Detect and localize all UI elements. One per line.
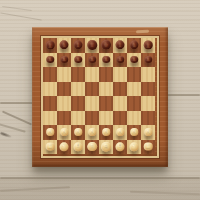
square-d3[interactable] [85,111,99,126]
square-e6[interactable] [99,67,113,82]
square-c4[interactable] [71,96,85,111]
square-a4[interactable] [43,96,57,111]
piece-black-rook[interactable]: ♜ [46,41,55,50]
piece-black-bishop[interactable]: ♝ [74,41,83,50]
square-d8[interactable]: ♛ [85,38,99,53]
piece-black-queen[interactable]: ♛ [87,40,97,49]
piece-white-knight[interactable]: ♘ [130,142,139,151]
board-inlay-border: ♜♞♝♛♚♝♞♜♟♟♟♟♟♟♟♟♙♙♙♙♙♙♙♙♖♘♗♕♔♗♘♖ [41,36,159,158]
square-h8[interactable]: ♜ [141,38,155,53]
square-h4[interactable] [141,96,155,111]
square-g3[interactable] [127,111,141,126]
piece-white-queen[interactable]: ♕ [87,142,97,152]
square-f3[interactable] [113,111,127,126]
piece-black-knight[interactable]: ♞ [130,41,139,50]
piece-white-rook[interactable]: ♖ [144,142,153,151]
board-grid: ♜♞♝♛♚♝♞♜♟♟♟♟♟♟♟♟♙♙♙♙♙♙♙♙♖♘♗♕♔♗♘♖ [43,38,155,154]
square-g8[interactable]: ♞ [127,38,141,53]
piece-white-pawn[interactable]: ♙ [130,128,138,136]
square-f2[interactable]: ♙ [113,125,127,140]
square-d6[interactable] [85,67,99,82]
square-f4[interactable] [113,96,127,111]
square-c6[interactable] [71,67,85,82]
plank-seam [0,177,200,179]
square-c1[interactable]: ♗ [71,140,85,155]
square-d5[interactable] [85,82,99,97]
piece-black-pawn[interactable]: ♟ [102,56,110,64]
square-e2[interactable]: ♙ [99,125,113,140]
piece-black-pawn[interactable]: ♟ [130,56,138,64]
square-g7[interactable]: ♟ [127,53,141,68]
square-f8[interactable]: ♝ [113,38,127,53]
piece-black-bishop[interactable]: ♝ [116,41,125,50]
chess-board: ♜♞♝♛♚♝♞♜♟♟♟♟♟♟♟♟♙♙♙♙♙♙♙♙♖♘♗♕♔♗♘♖ [32,27,168,167]
square-a6[interactable] [43,67,57,82]
square-g1[interactable]: ♘ [127,140,141,155]
piece-white-pawn[interactable]: ♙ [60,128,68,136]
piece-black-pawn[interactable]: ♟ [144,56,152,64]
square-e4[interactable] [99,96,113,111]
piece-white-rook[interactable]: ♖ [46,142,55,151]
square-h7[interactable]: ♟ [141,53,155,68]
square-g4[interactable] [127,96,141,111]
piece-white-pawn[interactable]: ♙ [102,128,110,136]
piece-black-pawn[interactable]: ♟ [74,56,82,64]
square-a5[interactable] [43,82,57,97]
square-b3[interactable] [57,111,71,126]
piece-white-pawn[interactable]: ♙ [116,128,124,136]
square-e8[interactable]: ♚ [99,38,113,53]
piece-white-knight[interactable]: ♘ [60,142,69,151]
square-e5[interactable] [99,82,113,97]
piece-white-pawn[interactable]: ♙ [88,128,96,136]
square-b8[interactable]: ♞ [57,38,71,53]
square-h3[interactable] [141,111,155,126]
square-b4[interactable] [57,96,71,111]
square-f6[interactable] [113,67,127,82]
piece-black-knight[interactable]: ♞ [60,41,69,50]
square-c5[interactable] [71,82,85,97]
square-d1[interactable]: ♕ [85,140,99,155]
square-g5[interactable] [127,82,141,97]
piece-white-bishop[interactable]: ♗ [116,142,125,151]
wood-knot-streak [2,111,32,126]
square-b1[interactable]: ♘ [57,140,71,155]
square-d4[interactable] [85,96,99,111]
square-d7[interactable]: ♟ [85,53,99,68]
square-a7[interactable]: ♟ [43,53,57,68]
square-e1[interactable]: ♔ [99,140,113,155]
square-c2[interactable]: ♙ [71,125,85,140]
square-e3[interactable] [99,111,113,126]
square-b2[interactable]: ♙ [57,125,71,140]
square-h6[interactable] [141,67,155,82]
piece-black-pawn[interactable]: ♟ [116,56,124,64]
piece-white-pawn[interactable]: ♙ [74,128,82,136]
piece-black-pawn[interactable]: ♟ [60,56,68,64]
piece-white-king[interactable]: ♔ [101,142,111,152]
piece-white-pawn[interactable]: ♙ [144,128,152,136]
square-h2[interactable]: ♙ [141,125,155,140]
square-e7[interactable]: ♟ [99,53,113,68]
square-f5[interactable] [113,82,127,97]
square-g6[interactable] [127,67,141,82]
square-c7[interactable]: ♟ [71,53,85,68]
square-b7[interactable]: ♟ [57,53,71,68]
square-b5[interactable] [57,82,71,97]
square-h5[interactable] [141,82,155,97]
square-a1[interactable]: ♖ [43,140,57,155]
piece-black-pawn[interactable]: ♟ [88,56,96,64]
square-b6[interactable] [57,67,71,82]
square-h1[interactable]: ♖ [141,140,155,155]
photo-scene: ♜♞♝♛♚♝♞♜♟♟♟♟♟♟♟♟♙♙♙♙♙♙♙♙♖♘♗♕♔♗♘♖ [0,0,200,200]
square-a2[interactable]: ♙ [43,125,57,140]
plank-seam [167,94,200,96]
frame-knot-mark [136,30,149,34]
piece-white-bishop[interactable]: ♗ [74,142,83,151]
wood-grain-line [2,6,32,11]
square-c3[interactable] [71,111,85,126]
square-f1[interactable]: ♗ [113,140,127,155]
piece-black-king[interactable]: ♚ [101,40,111,50]
piece-white-pawn[interactable]: ♙ [46,128,54,136]
square-a3[interactable] [43,111,57,126]
piece-black-rook[interactable]: ♜ [144,41,153,50]
piece-black-pawn[interactable]: ♟ [46,56,54,64]
square-a8[interactable]: ♜ [43,38,57,53]
wood-knot [0,131,12,139]
plank-seam [0,102,34,104]
square-c8[interactable]: ♝ [71,38,85,53]
wood-grain-line [0,12,42,20]
square-f7[interactable]: ♟ [113,53,127,68]
square-d2[interactable]: ♙ [85,125,99,140]
square-g2[interactable]: ♙ [127,125,141,140]
